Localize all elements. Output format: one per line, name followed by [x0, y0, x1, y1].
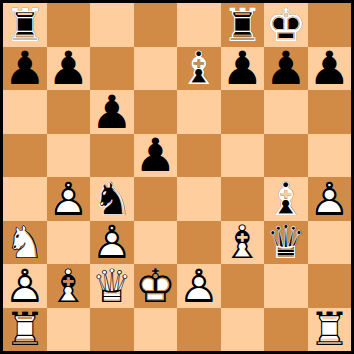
- white-pawn: ♟♙: [47, 177, 91, 221]
- square-e2[interactable]: ♟♙: [177, 264, 221, 308]
- square-b5[interactable]: [47, 134, 91, 178]
- square-a3[interactable]: ♞♘: [3, 221, 47, 265]
- white-pawn: ♟♙: [90, 221, 134, 265]
- black-pawn-glyph: ♟: [47, 47, 91, 91]
- black-knight-outline: ♘: [90, 177, 134, 221]
- square-g2[interactable]: [264, 264, 308, 308]
- black-bishop-outline: ♗: [177, 47, 221, 91]
- square-g6[interactable]: [264, 90, 308, 134]
- square-h8[interactable]: [308, 3, 352, 47]
- black-pawn-glyph: ♟: [3, 47, 47, 91]
- white-bishop: ♝♗: [221, 221, 265, 265]
- square-e7[interactable]: ♝♗: [177, 47, 221, 91]
- white-bishop-outline: ♗: [47, 264, 91, 308]
- square-d7[interactable]: [134, 47, 178, 91]
- square-b8[interactable]: [47, 3, 91, 47]
- square-e5[interactable]: [177, 134, 221, 178]
- square-a1[interactable]: ♜♖: [3, 308, 47, 352]
- square-f4[interactable]: [221, 177, 265, 221]
- square-h5[interactable]: [308, 134, 352, 178]
- square-c8[interactable]: [90, 3, 134, 47]
- white-rook: ♜♖: [3, 308, 47, 352]
- square-b7[interactable]: ♟: [47, 47, 91, 91]
- square-c4[interactable]: ♞♘: [90, 177, 134, 221]
- white-pawn: ♟♙: [177, 264, 221, 308]
- square-g4[interactable]: ♝♗: [264, 177, 308, 221]
- black-king-outline: ♔: [264, 3, 308, 47]
- square-a7[interactable]: ♟: [3, 47, 47, 91]
- square-c3[interactable]: ♟♙: [90, 221, 134, 265]
- white-knight-outline: ♘: [3, 221, 47, 265]
- black-pawn: ♟: [264, 47, 308, 91]
- square-h7[interactable]: ♟: [308, 47, 352, 91]
- black-pawn-glyph: ♟: [264, 47, 308, 91]
- white-pawn: ♟♙: [3, 264, 47, 308]
- square-d2[interactable]: ♚♔: [134, 264, 178, 308]
- black-bishop-outline: ♗: [264, 177, 308, 221]
- square-h6[interactable]: [308, 90, 352, 134]
- black-bishop: ♝♗: [177, 47, 221, 91]
- black-pawn-glyph: ♟: [90, 90, 134, 134]
- white-rook-outline: ♖: [3, 308, 47, 352]
- white-queen: ♛♕: [90, 264, 134, 308]
- square-f5[interactable]: [221, 134, 265, 178]
- square-e1[interactable]: [177, 308, 221, 352]
- black-knight: ♞♘: [90, 177, 134, 221]
- square-b3[interactable]: [47, 221, 91, 265]
- square-c5[interactable]: [90, 134, 134, 178]
- black-pawn: ♟: [90, 90, 134, 134]
- white-king: ♚♔: [134, 264, 178, 308]
- square-c2[interactable]: ♛♕: [90, 264, 134, 308]
- black-king: ♚♔: [264, 3, 308, 47]
- white-knight: ♞♘: [3, 221, 47, 265]
- black-pawn: ♟: [3, 47, 47, 91]
- chess-board: ♜♖♜♖♚♔♟♟♝♗♟♟♟♟♟♟♙♞♘♝♗♟♙♞♘♟♙♝♗♛♕♟♙♝♗♛♕♚♔♟…: [0, 0, 354, 354]
- square-c1[interactable]: [90, 308, 134, 352]
- square-e8[interactable]: [177, 3, 221, 47]
- square-g3[interactable]: ♛♕: [264, 221, 308, 265]
- square-e6[interactable]: [177, 90, 221, 134]
- square-g8[interactable]: ♚♔: [264, 3, 308, 47]
- white-rook-outline: ♖: [308, 308, 352, 352]
- black-rook-outline: ♖: [3, 3, 47, 47]
- white-pawn-outline: ♙: [47, 177, 91, 221]
- square-f1[interactable]: [221, 308, 265, 352]
- square-h2[interactable]: [308, 264, 352, 308]
- square-f3[interactable]: ♝♗: [221, 221, 265, 265]
- white-bishop: ♝♗: [47, 264, 91, 308]
- black-queen: ♛♕: [264, 221, 308, 265]
- black-pawn-glyph: ♟: [134, 134, 178, 178]
- white-queen-outline: ♕: [90, 264, 134, 308]
- square-a8[interactable]: ♜♖: [3, 3, 47, 47]
- square-a2[interactable]: ♟♙: [3, 264, 47, 308]
- white-pawn-outline: ♙: [3, 264, 47, 308]
- square-e3[interactable]: [177, 221, 221, 265]
- square-d5[interactable]: ♟: [134, 134, 178, 178]
- black-pawn-glyph: ♟: [308, 47, 352, 91]
- square-h4[interactable]: ♟♙: [308, 177, 352, 221]
- square-b1[interactable]: [47, 308, 91, 352]
- black-pawn: ♟: [221, 47, 265, 91]
- square-a4[interactable]: [3, 177, 47, 221]
- square-d6[interactable]: [134, 90, 178, 134]
- square-g1[interactable]: [264, 308, 308, 352]
- square-g7[interactable]: ♟: [264, 47, 308, 91]
- black-queen-outline: ♕: [264, 221, 308, 265]
- square-d3[interactable]: [134, 221, 178, 265]
- black-rook-outline: ♖: [221, 3, 265, 47]
- square-f7[interactable]: ♟: [221, 47, 265, 91]
- square-f6[interactable]: [221, 90, 265, 134]
- black-bishop: ♝♗: [264, 177, 308, 221]
- black-pawn: ♟: [47, 47, 91, 91]
- black-rook: ♜♖: [221, 3, 265, 47]
- black-pawn-glyph: ♟: [221, 47, 265, 91]
- white-bishop-outline: ♗: [221, 221, 265, 265]
- square-d4[interactable]: [134, 177, 178, 221]
- white-pawn-outline: ♙: [177, 264, 221, 308]
- square-g5[interactable]: [264, 134, 308, 178]
- square-f2[interactable]: [221, 264, 265, 308]
- square-b4[interactable]: ♟♙: [47, 177, 91, 221]
- square-c7[interactable]: [90, 47, 134, 91]
- square-b6[interactable]: [47, 90, 91, 134]
- white-pawn-outline: ♙: [90, 221, 134, 265]
- square-a6[interactable]: [3, 90, 47, 134]
- square-h3[interactable]: [308, 221, 352, 265]
- square-f8[interactable]: ♜♖: [221, 3, 265, 47]
- black-rook: ♜♖: [3, 3, 47, 47]
- square-e4[interactable]: [177, 177, 221, 221]
- white-rook: ♜♖: [308, 308, 352, 352]
- square-h1[interactable]: ♜♖: [308, 308, 352, 352]
- white-pawn-outline: ♙: [308, 177, 352, 221]
- square-c6[interactable]: ♟: [90, 90, 134, 134]
- white-pawn: ♟♙: [308, 177, 352, 221]
- square-d1[interactable]: [134, 308, 178, 352]
- square-a5[interactable]: [3, 134, 47, 178]
- black-pawn: ♟: [134, 134, 178, 178]
- black-pawn: ♟: [308, 47, 352, 91]
- square-d8[interactable]: [134, 3, 178, 47]
- white-king-outline: ♔: [134, 264, 178, 308]
- square-b2[interactable]: ♝♗: [47, 264, 91, 308]
